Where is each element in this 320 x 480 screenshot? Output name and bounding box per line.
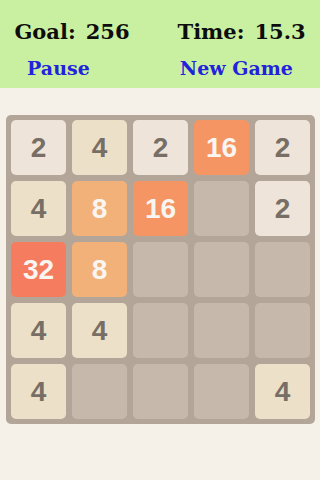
tile-16-r1c4: 16 — [194, 120, 249, 175]
board-2048[interactable]: 242162481623284444 — [6, 115, 315, 424]
app-screen: { "game": "2048 (5x5 variant)", "positio… — [0, 0, 320, 480]
controls-row: Pause New Game — [0, 55, 320, 81]
tile-4-r5c5: 4 — [255, 364, 310, 419]
tile-8-r3c2: 8 — [72, 242, 127, 297]
new-game-button[interactable]: New Game — [180, 57, 293, 79]
tile-2-r1c3: 2 — [133, 120, 188, 175]
empty-cell-r5c2 — [72, 364, 127, 419]
tile-16-r2c3: 16 — [133, 181, 188, 236]
empty-cell-r2c4 — [194, 181, 249, 236]
empty-cell-r3c3 — [133, 242, 188, 297]
empty-cell-r5c3 — [133, 364, 188, 419]
empty-cell-r5c4 — [194, 364, 249, 419]
time-label: Time: — [178, 19, 245, 44]
tile-32-r3c1: 32 — [11, 242, 66, 297]
time-stat: Time: 15.3 — [178, 19, 306, 44]
tile-4-r4c2: 4 — [72, 303, 127, 358]
tile-2-r1c1: 2 — [11, 120, 66, 175]
header: Goal: 256 Time: 15.3 Pause New Game — [0, 0, 320, 88]
tile-8-r2c2: 8 — [72, 181, 127, 236]
stats-row: Goal: 256 Time: 15.3 — [0, 19, 320, 47]
goal-label: Goal: — [14, 19, 75, 44]
empty-cell-r4c5 — [255, 303, 310, 358]
tile-4-r2c1: 4 — [11, 181, 66, 236]
goal-value: 256 — [86, 19, 130, 44]
goal-stat: Goal: 256 — [14, 19, 129, 44]
tile-2-r1c5: 2 — [255, 120, 310, 175]
empty-cell-r4c3 — [133, 303, 188, 358]
time-value: 15.3 — [254, 19, 305, 44]
empty-cell-r3c5 — [255, 242, 310, 297]
tile-4-r1c2: 4 — [72, 120, 127, 175]
tile-4-r5c1: 4 — [11, 364, 66, 419]
tile-4-r4c1: 4 — [11, 303, 66, 358]
pause-button[interactable]: Pause — [27, 57, 90, 79]
tile-2-r2c5: 2 — [255, 181, 310, 236]
empty-cell-r3c4 — [194, 242, 249, 297]
empty-cell-r4c4 — [194, 303, 249, 358]
